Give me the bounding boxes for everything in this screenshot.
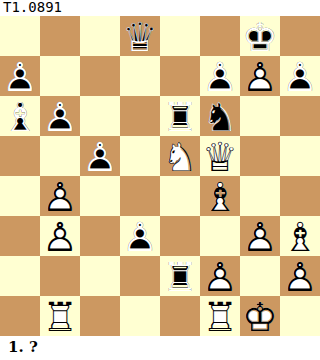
square-g4[interactable] [240,176,280,216]
square-f1[interactable]: ♜♖ [200,296,240,336]
white-king: ♚♔ [240,296,280,336]
square-e4[interactable] [160,176,200,216]
square-e1[interactable] [160,296,200,336]
square-h6[interactable] [280,96,320,136]
black-queen: ♛♕ [120,16,160,56]
white-pawn: ♟♙ [240,56,280,96]
chess-board: ♛♕♚♔♟♙♟♙♟♙♟♙♝♗♟♙♜♖♞♘♟♙♞♘♛♕♟♙♝♗♟♙♟♙♟♙♝♗♜♖… [0,16,320,336]
white-pawn: ♟♙ [40,176,80,216]
black-rook: ♜♖ [160,96,200,136]
square-g8[interactable]: ♚♔ [240,16,280,56]
black-bishop: ♝♗ [0,96,40,136]
square-f8[interactable] [200,16,240,56]
black-pawn-outline-glyph: ♙ [80,136,120,176]
white-pawn-outline-glyph: ♙ [240,56,280,96]
square-d6[interactable] [120,96,160,136]
black-pawn: ♟♙ [80,136,120,176]
black-queen-outline-glyph: ♕ [120,16,160,56]
black-pawn-outline-glyph: ♙ [40,96,80,136]
square-c1[interactable] [80,296,120,336]
square-a6[interactable]: ♝♗ [0,96,40,136]
square-d7[interactable] [120,56,160,96]
black-king: ♚♔ [240,16,280,56]
white-pawn: ♟♙ [200,256,240,296]
white-bishop: ♝♗ [200,176,240,216]
square-h3[interactable]: ♝♗ [280,216,320,256]
white-pawn: ♟♙ [40,216,80,256]
square-a2[interactable] [0,256,40,296]
square-h5[interactable] [280,136,320,176]
square-c3[interactable] [80,216,120,256]
square-g2[interactable] [240,256,280,296]
square-b2[interactable] [40,256,80,296]
square-d3[interactable]: ♟♙ [120,216,160,256]
square-e5[interactable]: ♞♘ [160,136,200,176]
square-h2[interactable]: ♟♙ [280,256,320,296]
square-g3[interactable]: ♟♙ [240,216,280,256]
square-a3[interactable] [0,216,40,256]
square-e2[interactable]: ♜♖ [160,256,200,296]
square-h4[interactable] [280,176,320,216]
white-queen: ♛♕ [200,136,240,176]
square-b6[interactable]: ♟♙ [40,96,80,136]
white-pawn: ♟♙ [280,256,320,296]
square-a7[interactable]: ♟♙ [0,56,40,96]
white-pawn: ♟♙ [240,216,280,256]
black-knight-outline-glyph: ♘ [200,96,240,136]
square-c7[interactable] [80,56,120,96]
black-pawn-outline-glyph: ♙ [200,56,240,96]
square-d4[interactable] [120,176,160,216]
black-bishop-outline-glyph: ♗ [0,96,40,136]
square-b7[interactable] [40,56,80,96]
white-rook: ♜♖ [200,296,240,336]
square-f2[interactable]: ♟♙ [200,256,240,296]
square-g1[interactable]: ♚♔ [240,296,280,336]
black-pawn-outline-glyph: ♙ [120,216,160,256]
square-b1[interactable]: ♜♖ [40,296,80,336]
black-pawn: ♟♙ [280,56,320,96]
black-rook: ♜♖ [160,256,200,296]
square-c2[interactable] [80,256,120,296]
square-c8[interactable] [80,16,120,56]
square-d2[interactable] [120,256,160,296]
white-bishop-outline-glyph: ♗ [280,216,320,256]
square-b8[interactable] [40,16,80,56]
square-d8[interactable]: ♛♕ [120,16,160,56]
square-c4[interactable] [80,176,120,216]
square-f7[interactable]: ♟♙ [200,56,240,96]
white-king-outline-glyph: ♔ [240,296,280,336]
square-h8[interactable] [280,16,320,56]
black-pawn: ♟♙ [200,56,240,96]
square-d1[interactable] [120,296,160,336]
black-pawn: ♟♙ [120,216,160,256]
white-rook-outline-glyph: ♖ [40,296,80,336]
square-a8[interactable] [0,16,40,56]
square-e6[interactable]: ♜♖ [160,96,200,136]
white-queen-outline-glyph: ♕ [200,136,240,176]
square-g5[interactable] [240,136,280,176]
square-g6[interactable] [240,96,280,136]
square-d5[interactable] [120,136,160,176]
square-b4[interactable]: ♟♙ [40,176,80,216]
square-a5[interactable] [0,136,40,176]
square-c6[interactable] [80,96,120,136]
square-h7[interactable]: ♟♙ [280,56,320,96]
square-g7[interactable]: ♟♙ [240,56,280,96]
square-f3[interactable] [200,216,240,256]
white-knight: ♞♘ [160,136,200,176]
square-f4[interactable]: ♝♗ [200,176,240,216]
square-c5[interactable]: ♟♙ [80,136,120,176]
white-pawn-outline-glyph: ♙ [280,256,320,296]
white-rook-outline-glyph: ♖ [200,296,240,336]
black-pawn-outline-glyph: ♙ [0,56,40,96]
black-knight: ♞♘ [200,96,240,136]
white-pawn-outline-glyph: ♙ [40,176,80,216]
square-f5[interactable]: ♛♕ [200,136,240,176]
black-pawn: ♟♙ [40,96,80,136]
white-pawn-outline-glyph: ♙ [40,216,80,256]
square-h1[interactable] [280,296,320,336]
square-f6[interactable]: ♞♘ [200,96,240,136]
black-pawn-outline-glyph: ♙ [280,56,320,96]
square-e3[interactable] [160,216,200,256]
square-e7[interactable] [160,56,200,96]
square-a1[interactable] [0,296,40,336]
black-rook-outline-glyph: ♖ [160,96,200,136]
white-pawn-outline-glyph: ♙ [240,216,280,256]
white-rook: ♜♖ [40,296,80,336]
black-king-outline-glyph: ♔ [240,16,280,56]
square-b5[interactable] [40,136,80,176]
black-rook-outline-glyph: ♖ [160,256,200,296]
black-pawn: ♟♙ [0,56,40,96]
square-b3[interactable]: ♟♙ [40,216,80,256]
white-pawn-outline-glyph: ♙ [200,256,240,296]
square-e8[interactable] [160,16,200,56]
white-knight-outline-glyph: ♘ [160,136,200,176]
square-a4[interactable] [0,176,40,216]
white-bishop: ♝♗ [280,216,320,256]
white-bishop-outline-glyph: ♗ [200,176,240,216]
